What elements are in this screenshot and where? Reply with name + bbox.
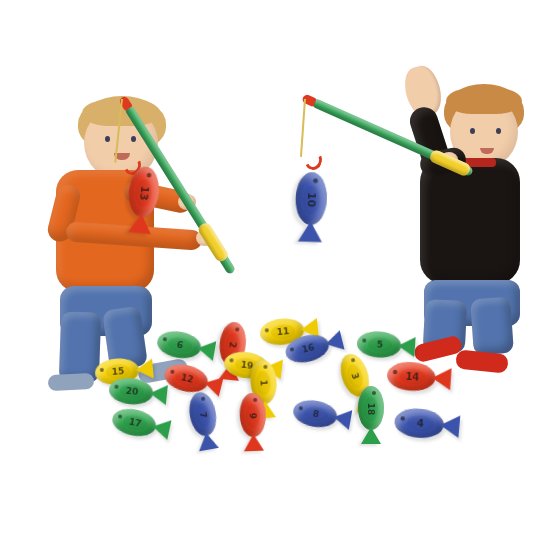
fish-body: 14 [386,361,436,393]
fish-tail [196,431,219,451]
fish-eye-icon [351,358,356,363]
fish-eye-icon [118,414,123,419]
right-boy-fringe [446,88,522,114]
fish-eye-icon [299,406,304,411]
fish-number: 7 [194,402,212,428]
fish-tail [431,367,451,390]
fish-tail [196,338,216,361]
fish-blue-10-hooked: 10 [294,172,328,243]
fish-tail [151,417,172,440]
fish-tail [439,414,460,438]
fish-eye-icon [147,173,152,178]
fish-number: 4 [406,414,434,432]
fish-red-13-hooked: 13 [125,165,162,234]
fish-number: 6 [167,336,193,354]
fish-eye-icon [253,398,257,402]
fish-number: 11 [270,323,295,339]
left-boy-eye [131,136,136,142]
fish-green-17: 17 [110,405,172,442]
fish-eye-icon [400,416,405,421]
fish-eye-icon [114,385,118,389]
fish-tail [323,330,344,354]
fish-eye-icon [201,396,206,401]
fish-number: 18 [364,397,378,421]
stage: 1310621116519151211432018798174 [0,0,533,533]
fish-eye-icon [100,368,104,372]
fishing-line-right [300,99,306,157]
fish-eye-icon [229,358,233,362]
fish-tail [332,407,352,430]
fish-eye-icon [263,365,267,369]
fish-tail [135,359,154,380]
fish-eye-icon [163,337,168,342]
fish-body: 9 [239,393,267,438]
fish-tail [298,221,323,242]
fish-number: 17 [122,413,148,432]
fish-green-20: 20 [108,376,168,408]
fish-tail [243,434,264,452]
fish-number: 12 [174,369,201,388]
right-boy-eye [470,128,475,134]
fish-body: 13 [126,165,161,218]
fish-number: 20 [119,383,144,399]
fish-number: 16 [295,339,322,358]
right-boy-shoe [455,349,509,373]
fish-green-5: 5 [356,330,416,360]
fish-tail [361,427,381,444]
fish-red-14: 14 [386,361,452,394]
fish-hook-right-icon [302,149,324,172]
fish-blue-8: 8 [291,397,353,433]
fish-body: 4 [393,407,445,440]
fish-body: 5 [356,330,402,359]
fish-eye-icon [313,178,318,183]
fish-number: 14 [399,368,426,385]
fish-eye-icon [290,347,295,352]
fish-eye-icon [362,338,366,342]
fish-eye-icon [265,328,269,332]
left-boy-eye [105,136,110,142]
left-boy-shoe [48,373,95,391]
fish-body: 18 [358,386,384,430]
fish-green-18: 18 [358,386,384,444]
fish-eye-icon [235,327,239,331]
fish-number: 9 [245,404,260,428]
fish-number: 5 [368,337,393,353]
fish-blue-4: 4 [393,407,460,442]
right-boy-eye [496,128,501,134]
right-boy-leg [470,297,514,356]
fish-number: 10 [302,185,320,214]
fish-body: 10 [295,172,328,226]
fish-green-6: 6 [155,328,217,364]
fish-red-9: 9 [239,393,267,452]
fish-tail [149,383,168,405]
fish-eye-icon [393,370,398,375]
fish-tail [397,336,415,357]
fish-eye-icon [372,391,376,395]
fish-eye-icon [170,369,175,374]
fish-body: 20 [108,376,154,406]
fish-number: 8 [303,405,329,423]
fish-number: 13 [134,179,153,208]
fish-tail [128,213,153,235]
